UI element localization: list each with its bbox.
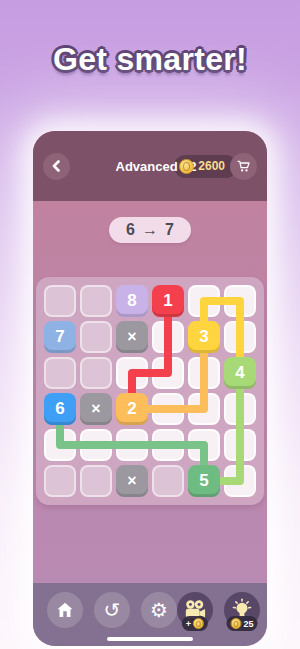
cell-r3c2[interactable] [80, 357, 112, 389]
toolbar-left-group: ↺ ⚙ [47, 592, 177, 628]
game-header: Advanced - 2 2600 [33, 131, 267, 201]
home-icon [55, 600, 75, 620]
phone-mockup: Advanced - 2 2600 6 → [33, 131, 267, 646]
cell-r3c4[interactable] [152, 357, 184, 389]
cell-r3c3[interactable] [116, 357, 148, 389]
game-area: 6 → 7 817×346×2×5 [33, 201, 267, 583]
cell-r4c6[interactable] [224, 393, 256, 425]
cart-icon [236, 158, 252, 174]
arrow-icon: → [142, 221, 158, 239]
back-button[interactable] [43, 153, 70, 180]
toolbar: ↺ ⚙ [33, 583, 267, 646]
watch-ad-button[interactable]: + [177, 592, 213, 628]
cell-r4c5[interactable] [188, 393, 220, 425]
cell-r4c3-number-2[interactable]: 2 [116, 393, 148, 425]
cell-r2c6[interactable] [224, 321, 256, 353]
cell-r5c5[interactable] [188, 429, 220, 461]
cell-r1c3-number-8[interactable]: 8 [116, 285, 148, 317]
game-board[interactable]: 817×346×2×5 [36, 277, 264, 505]
gear-icon: ⚙ [150, 600, 168, 620]
cell-r4c1-number-6[interactable]: 6 [44, 393, 76, 425]
header-right: 2600 [174, 153, 257, 180]
undo-button[interactable]: ↺ [94, 592, 130, 628]
hint-cost-badge: 25 [226, 616, 257, 631]
cell-r3c5[interactable] [188, 357, 220, 389]
cell-r1c6[interactable] [224, 285, 256, 317]
cell-r1c5[interactable] [188, 285, 220, 317]
cell-r6c2[interactable] [80, 465, 112, 497]
shop-button[interactable] [230, 153, 257, 180]
cell-r2c3-blocker: × [116, 321, 148, 353]
back-chevron-icon [51, 160, 63, 172]
cell-r5c3[interactable] [116, 429, 148, 461]
undo-icon: ↺ [104, 600, 121, 620]
plus-label: + [186, 619, 191, 629]
coin-icon [193, 618, 204, 629]
objective-from: 6 [126, 221, 135, 239]
cell-r1c1[interactable] [44, 285, 76, 317]
cell-r5c1[interactable] [44, 429, 76, 461]
page-title: Get smarter! [0, 41, 300, 78]
home-button[interactable] [47, 592, 83, 628]
cell-r6c1[interactable] [44, 465, 76, 497]
cell-r6c3-blocker: × [116, 465, 148, 497]
cell-r2c4[interactable] [152, 321, 184, 353]
cell-r2c2[interactable] [80, 321, 112, 353]
coin-icon [230, 618, 241, 629]
cell-r6c4[interactable] [152, 465, 184, 497]
objective-to: 7 [165, 221, 174, 239]
board-grid: 817×346×2×5 [36, 277, 264, 505]
cell-r6c6[interactable] [224, 465, 256, 497]
settings-button[interactable]: ⚙ [141, 592, 177, 628]
cell-r2c5-number-3[interactable]: 3 [188, 321, 220, 353]
cell-r5c4[interactable] [152, 429, 184, 461]
cell-r4c2-blocker: × [80, 393, 112, 425]
hint-button[interactable]: 25 [224, 592, 260, 628]
hint-cost: 25 [243, 619, 253, 629]
home-indicator[interactable] [107, 637, 193, 642]
cell-r5c2[interactable] [80, 429, 112, 461]
cell-r3c1[interactable] [44, 357, 76, 389]
cell-r3c6-number-4[interactable]: 4 [224, 357, 256, 389]
cell-r4c4[interactable] [152, 393, 184, 425]
toolbar-right-group: + [177, 592, 260, 628]
cell-r6c5-number-5[interactable]: 5 [188, 465, 220, 497]
coin-count: 2600 [198, 159, 225, 173]
cell-r1c2[interactable] [80, 285, 112, 317]
cell-r1c4-number-1[interactable]: 1 [152, 285, 184, 317]
objective-pill: 6 → 7 [109, 217, 191, 243]
coin-icon [179, 159, 194, 174]
ad-reward-badge: + [182, 616, 208, 631]
app-store-screenshot: Get smarter! Advanced - 2 2600 [0, 0, 300, 649]
cell-r2c1-number-7[interactable]: 7 [44, 321, 76, 353]
cell-r5c6[interactable] [224, 429, 256, 461]
